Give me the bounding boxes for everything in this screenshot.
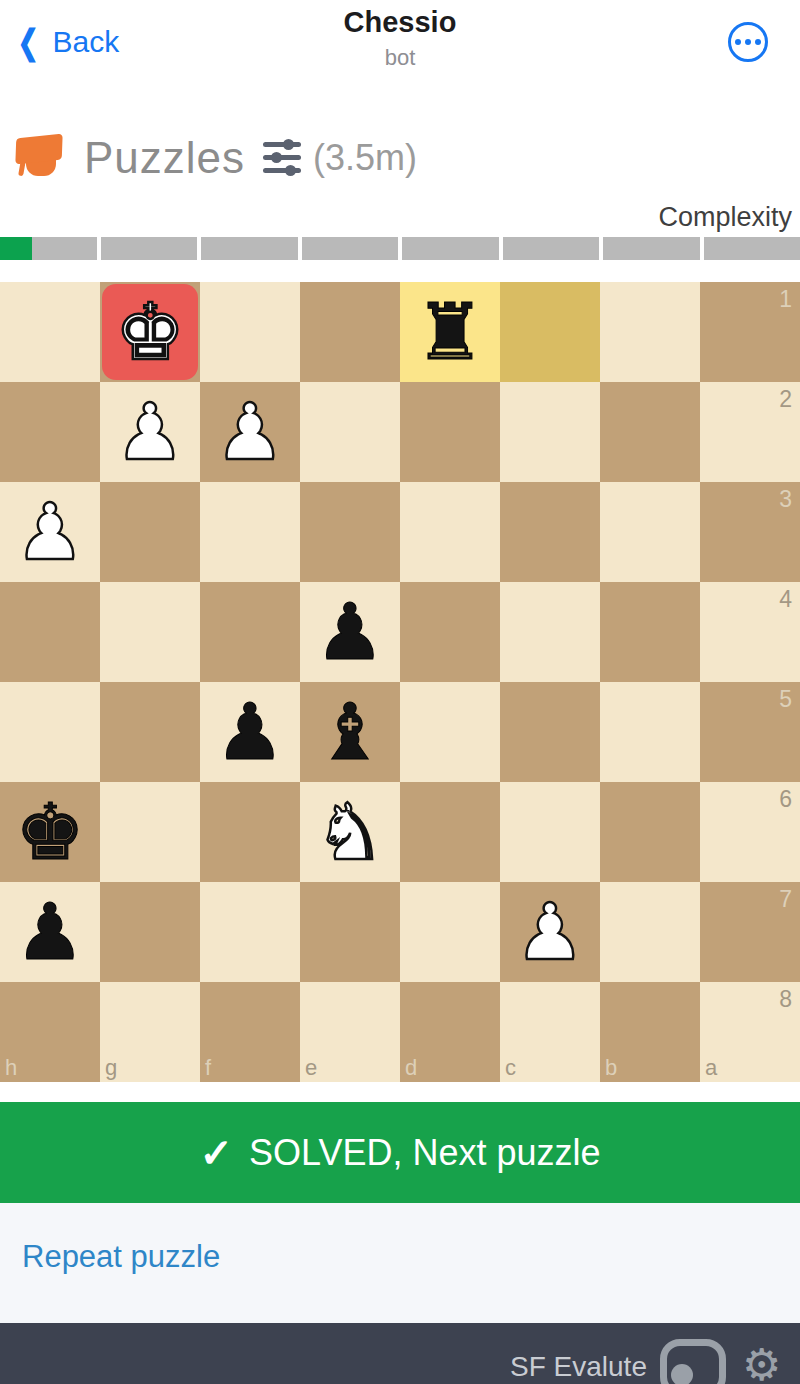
square-a7[interactable]: 7 <box>700 882 800 982</box>
square-f8[interactable]: f <box>200 982 300 1082</box>
square-d5[interactable] <box>400 682 500 782</box>
square-e7[interactable] <box>300 882 400 982</box>
square-c7[interactable]: ♟ <box>500 882 600 982</box>
black-king-piece[interactable]: ♚ <box>0 782 100 882</box>
bottom-toolbar: SF Evalute ⚙ <box>0 1323 800 1384</box>
square-h2[interactable] <box>0 382 100 482</box>
square-c2[interactable] <box>500 382 600 482</box>
complexity-label: Complexity <box>658 202 792 233</box>
rank-label-2: 2 <box>779 386 792 413</box>
square-b5[interactable] <box>600 682 700 782</box>
progress-segment <box>704 237 800 260</box>
square-b4[interactable] <box>600 582 700 682</box>
square-b8[interactable]: b <box>600 982 700 1082</box>
square-a6[interactable]: 6 <box>700 782 800 882</box>
square-f1[interactable] <box>200 282 300 382</box>
progress-fill <box>0 237 32 260</box>
app-screen: ❮ Back Chessio bot Puzzles (3.5m) Comple… <box>0 0 800 1384</box>
puzzles-time: (3.5m) <box>313 137 417 179</box>
square-d8[interactable]: d <box>400 982 500 1082</box>
file-label-b: b <box>605 1055 617 1081</box>
square-a1[interactable]: 1 <box>700 282 800 382</box>
square-e4[interactable]: ♟ <box>300 582 400 682</box>
square-a2[interactable]: 2 <box>700 382 800 482</box>
progress-segment <box>101 237 198 260</box>
square-f7[interactable] <box>200 882 300 982</box>
ellipsis-dot <box>755 39 761 45</box>
ellipsis-dot <box>735 39 741 45</box>
solved-button-label: SOLVED, Next puzzle <box>249 1132 600 1174</box>
square-a8[interactable]: a8 <box>700 982 800 1082</box>
square-h3[interactable]: ♟ <box>0 482 100 582</box>
square-c3[interactable] <box>500 482 600 582</box>
file-label-e: e <box>305 1055 317 1081</box>
square-f6[interactable] <box>200 782 300 882</box>
square-c5[interactable] <box>500 682 600 782</box>
square-e5[interactable]: ♝ <box>300 682 400 782</box>
square-d2[interactable] <box>400 382 500 482</box>
square-c8[interactable]: c <box>500 982 600 1082</box>
square-a4[interactable]: 4 <box>700 582 800 682</box>
puzzles-title: Puzzles <box>84 133 245 183</box>
square-c4[interactable] <box>500 582 600 682</box>
square-e1[interactable] <box>300 282 400 382</box>
black-pawn-piece[interactable]: ♟ <box>300 582 400 682</box>
page-title: Chessio <box>0 6 800 39</box>
square-g4[interactable] <box>100 582 200 682</box>
chess-board: ♚♜1♟♟2♟3♟4♟♝5♚♞6♟♟7hgfedcba8 <box>0 282 800 1082</box>
file-label-f: f <box>205 1055 211 1081</box>
square-b3[interactable] <box>600 482 700 582</box>
square-f3[interactable] <box>200 482 300 582</box>
progress-segment <box>402 237 499 260</box>
square-f2[interactable]: ♟ <box>200 382 300 482</box>
square-h7[interactable]: ♟ <box>0 882 100 982</box>
black-rook-piece[interactable]: ♜ <box>400 282 500 382</box>
square-a5[interactable]: 5 <box>700 682 800 782</box>
ellipsis-dot <box>745 39 751 45</box>
square-h5[interactable] <box>0 682 100 782</box>
square-d6[interactable] <box>400 782 500 882</box>
rank-label-5: 5 <box>779 686 792 713</box>
check-icon: ✓ <box>200 1130 234 1176</box>
file-label-g: g <box>105 1055 117 1081</box>
square-e8[interactable]: e <box>300 982 400 1082</box>
page-subtitle: bot <box>0 45 800 71</box>
white-pawn-piece[interactable]: ♟ <box>500 882 600 982</box>
progress-segment <box>201 237 298 260</box>
rank-label-8: 8 <box>779 986 792 1013</box>
square-c6[interactable] <box>500 782 600 882</box>
square-e3[interactable] <box>300 482 400 582</box>
white-pawn-piece[interactable]: ♟ <box>0 482 100 582</box>
square-h4[interactable] <box>0 582 100 682</box>
square-f4[interactable] <box>200 582 300 682</box>
white-king-piece[interactable]: ♚ <box>100 282 200 382</box>
gear-icon[interactable]: ⚙ <box>742 1343 781 1384</box>
file-label-c: c <box>505 1055 516 1081</box>
white-pawn-piece[interactable]: ♟ <box>100 382 200 482</box>
rank-label-4: 4 <box>779 586 792 613</box>
title-bar: ❮ Back Chessio bot <box>0 0 800 90</box>
progress-segment <box>0 237 97 260</box>
square-b2[interactable] <box>600 382 700 482</box>
square-g8[interactable]: g <box>100 982 200 1082</box>
square-b6[interactable] <box>600 782 700 882</box>
sf-evaluate-label: SF Evalute <box>510 1351 647 1383</box>
rank-label-6: 6 <box>779 786 792 813</box>
rank-label-3: 3 <box>779 486 792 513</box>
white-pawn-piece[interactable]: ♟ <box>200 382 300 482</box>
square-h8[interactable]: h <box>0 982 100 1082</box>
graduation-cap-icon <box>14 132 66 184</box>
black-pawn-piece[interactable]: ♟ <box>0 882 100 982</box>
rank-label-7: 7 <box>779 886 792 913</box>
black-bishop-piece[interactable]: ♝ <box>300 682 400 782</box>
file-label-h: h <box>5 1055 17 1081</box>
square-c1[interactable] <box>500 282 600 382</box>
file-label-d: d <box>405 1055 417 1081</box>
solved-next-puzzle-button[interactable]: ✓ SOLVED, Next puzzle <box>0 1102 800 1203</box>
square-d3[interactable] <box>400 482 500 582</box>
board-preview-icon[interactable] <box>660 1339 726 1384</box>
square-d4[interactable] <box>400 582 500 682</box>
square-g1[interactable]: ♚ <box>100 282 200 382</box>
square-g7[interactable] <box>100 882 200 982</box>
square-e6[interactable]: ♞ <box>300 782 400 882</box>
square-f5[interactable]: ♟ <box>200 682 300 782</box>
square-b1[interactable] <box>600 282 700 382</box>
progress-segment <box>302 237 399 260</box>
square-e2[interactable] <box>300 382 400 482</box>
square-a3[interactable]: 3 <box>700 482 800 582</box>
title-block: Chessio bot <box>0 6 800 71</box>
square-d1[interactable]: ♜ <box>400 282 500 382</box>
square-g5[interactable] <box>100 682 200 782</box>
square-d7[interactable] <box>400 882 500 982</box>
rank-label-1: 1 <box>779 286 792 313</box>
settings-sliders-icon[interactable] <box>263 138 301 178</box>
more-options-button[interactable] <box>728 22 768 62</box>
progress-segment <box>603 237 700 260</box>
progress-segment <box>503 237 600 260</box>
square-g2[interactable]: ♟ <box>100 382 200 482</box>
black-pawn-piece[interactable]: ♟ <box>200 682 300 782</box>
square-g3[interactable] <box>100 482 200 582</box>
repeat-puzzle-link[interactable]: Repeat puzzle <box>22 1239 220 1275</box>
puzzles-header: Puzzles (3.5m) <box>14 132 417 184</box>
lower-panel: Repeat puzzle <box>0 1203 800 1323</box>
square-b7[interactable] <box>600 882 700 982</box>
file-label-a: a <box>705 1055 717 1081</box>
square-h1[interactable] <box>0 282 100 382</box>
square-g6[interactable] <box>100 782 200 882</box>
complexity-progress-bar <box>0 237 800 260</box>
square-h6[interactable]: ♚ <box>0 782 100 882</box>
white-knight-piece[interactable]: ♞ <box>300 782 400 882</box>
